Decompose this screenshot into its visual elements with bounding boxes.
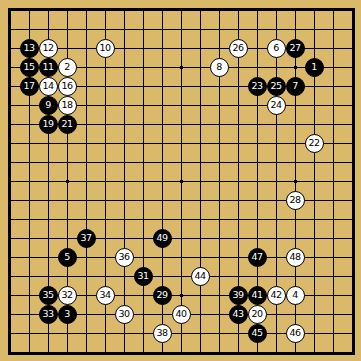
- stone-black-35[interactable]: 35: [39, 286, 58, 305]
- stone-black-9[interactable]: 9: [39, 96, 58, 115]
- stone-white-40[interactable]: 40: [172, 305, 191, 324]
- stone-black-25[interactable]: 25: [267, 77, 286, 96]
- stone-white-28[interactable]: 28: [286, 191, 305, 210]
- stone-white-22[interactable]: 22: [305, 134, 324, 153]
- stone-black-37[interactable]: 37: [77, 229, 96, 248]
- stone-white-46[interactable]: 46: [286, 324, 305, 343]
- stone-white-12[interactable]: 12: [39, 39, 58, 58]
- stone-white-18[interactable]: 18: [58, 96, 77, 115]
- stone-black-27[interactable]: 27: [286, 39, 305, 58]
- stone-black-19[interactable]: 19: [39, 115, 58, 134]
- stone-white-16[interactable]: 16: [58, 77, 77, 96]
- stone-black-13[interactable]: 13: [20, 39, 39, 58]
- stone-white-26[interactable]: 26: [229, 39, 248, 58]
- stone-white-4[interactable]: 4: [286, 286, 305, 305]
- stone-white-36[interactable]: 36: [115, 248, 134, 267]
- stone-black-39[interactable]: 39: [229, 286, 248, 305]
- stone-white-24[interactable]: 24: [267, 96, 286, 115]
- stone-white-8[interactable]: 8: [210, 58, 229, 77]
- stone-black-33[interactable]: 33: [39, 305, 58, 324]
- stone-white-30[interactable]: 30: [115, 305, 134, 324]
- stone-black-3[interactable]: 3: [58, 305, 77, 324]
- stone-black-31[interactable]: 31: [134, 267, 153, 286]
- stone-white-10[interactable]: 10: [96, 39, 115, 58]
- stone-black-43[interactable]: 43: [229, 305, 248, 324]
- stone-black-49[interactable]: 49: [153, 229, 172, 248]
- stone-white-42[interactable]: 42: [267, 286, 286, 305]
- stone-black-45[interactable]: 45: [248, 324, 267, 343]
- stone-white-34[interactable]: 34: [96, 286, 115, 305]
- stone-white-2[interactable]: 2: [58, 58, 77, 77]
- stone-white-14[interactable]: 14: [39, 77, 58, 96]
- stone-black-47[interactable]: 47: [248, 248, 267, 267]
- go-board[interactable]: 1234567891011121314151617181920212223242…: [0, 0, 361, 361]
- stone-white-20[interactable]: 20: [248, 305, 267, 324]
- stone-black-11[interactable]: 11: [39, 58, 58, 77]
- stone-white-32[interactable]: 32: [58, 286, 77, 305]
- stone-black-41[interactable]: 41: [248, 286, 267, 305]
- stone-white-44[interactable]: 44: [191, 267, 210, 286]
- stone-black-7[interactable]: 7: [286, 77, 305, 96]
- stone-black-23[interactable]: 23: [248, 77, 267, 96]
- stone-white-6[interactable]: 6: [267, 39, 286, 58]
- stone-black-5[interactable]: 5: [58, 248, 77, 267]
- board-grid[interactable]: 1234567891011121314151617181920212223242…: [1, 1, 361, 361]
- stone-black-21[interactable]: 21: [58, 115, 77, 134]
- stone-black-29[interactable]: 29: [153, 286, 172, 305]
- stone-white-48[interactable]: 48: [286, 248, 305, 267]
- stone-black-15[interactable]: 15: [20, 58, 39, 77]
- stone-black-17[interactable]: 17: [20, 77, 39, 96]
- stone-white-38[interactable]: 38: [153, 324, 172, 343]
- stone-black-1[interactable]: 1: [305, 58, 324, 77]
